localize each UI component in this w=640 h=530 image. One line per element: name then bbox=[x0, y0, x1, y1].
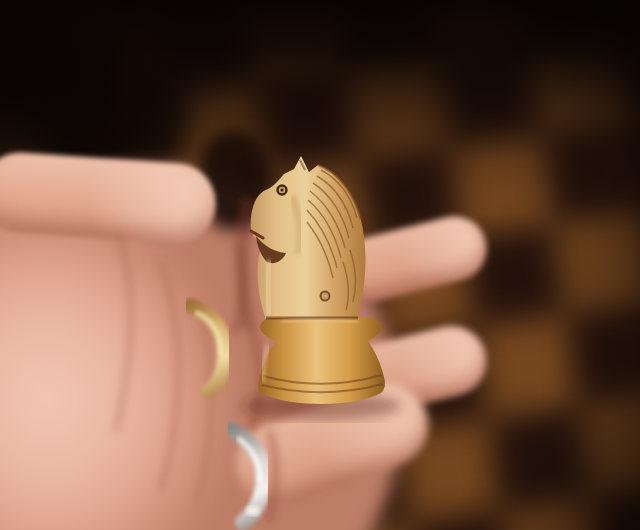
eye-pupil bbox=[281, 189, 284, 192]
white-knight-piece: white wooden knight chess piece bbox=[242, 156, 402, 420]
photo-canvas: gold ring silver ring white wooden knigh… bbox=[0, 0, 640, 530]
chest-highlight bbox=[267, 260, 270, 316]
knight-base bbox=[258, 318, 385, 404]
silver-ring: silver ring bbox=[232, 430, 264, 523]
wood-knot-mark bbox=[321, 292, 330, 301]
foreground-detail-layer: gold ring silver ring white wooden knigh… bbox=[0, 0, 640, 530]
palm-creases bbox=[116, 198, 276, 522]
